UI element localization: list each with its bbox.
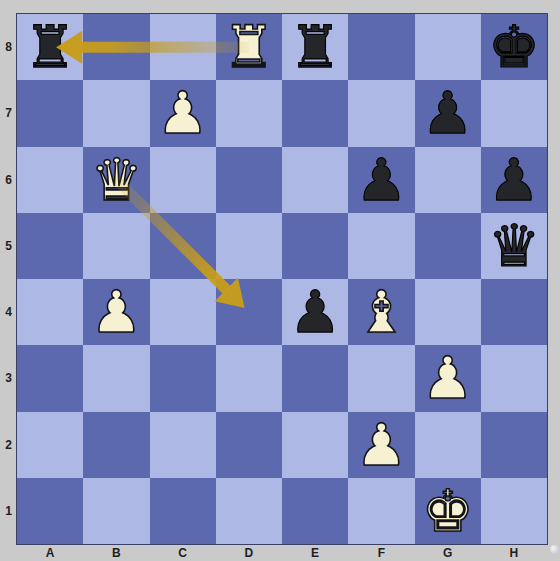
rank-label: 3: [0, 345, 17, 411]
square-b3[interactable]: [83, 345, 149, 411]
square-h7[interactable]: [481, 80, 547, 146]
file-label: F: [348, 544, 414, 561]
piece-white-pawn: ♟: [422, 349, 474, 407]
square-d6[interactable]: [216, 147, 282, 213]
square-h6[interactable]: ♟: [481, 147, 547, 213]
corner-dot: [550, 545, 559, 554]
file-label: D: [216, 544, 282, 561]
square-d4[interactable]: [216, 279, 282, 345]
square-d5[interactable]: [216, 213, 282, 279]
square-e5[interactable]: [282, 213, 348, 279]
square-d1[interactable]: [216, 478, 282, 544]
square-d2[interactable]: [216, 412, 282, 478]
rank-labels: 87654321: [0, 14, 17, 544]
piece-black-rook: ♜: [24, 18, 76, 76]
square-a8[interactable]: ♜: [17, 14, 83, 80]
file-label: G: [415, 544, 481, 561]
square-c7[interactable]: ♟: [150, 80, 216, 146]
square-e2[interactable]: [282, 412, 348, 478]
square-f1[interactable]: [348, 478, 414, 544]
square-h4[interactable]: [481, 279, 547, 345]
square-d7[interactable]: [216, 80, 282, 146]
piece-black-pawn: ♟: [355, 151, 407, 209]
piece-white-pawn: ♟: [355, 416, 407, 474]
square-c3[interactable]: [150, 345, 216, 411]
square-h8[interactable]: ♚: [481, 14, 547, 80]
square-b6[interactable]: ♛: [83, 147, 149, 213]
square-a2[interactable]: [17, 412, 83, 478]
square-d3[interactable]: [216, 345, 282, 411]
square-c1[interactable]: [150, 478, 216, 544]
square-e4[interactable]: ♟: [282, 279, 348, 345]
square-f4[interactable]: ♝: [348, 279, 414, 345]
rank-label: 5: [0, 213, 17, 279]
square-b5[interactable]: [83, 213, 149, 279]
piece-white-bishop: ♝: [355, 283, 407, 341]
rank-label: 1: [0, 478, 17, 544]
square-g1[interactable]: ♚: [415, 478, 481, 544]
square-f7[interactable]: [348, 80, 414, 146]
square-g3[interactable]: ♟: [415, 345, 481, 411]
rank-label: 8: [0, 14, 17, 80]
square-g5[interactable]: [415, 213, 481, 279]
square-c2[interactable]: [150, 412, 216, 478]
square-e1[interactable]: [282, 478, 348, 544]
square-e8[interactable]: ♜: [282, 14, 348, 80]
square-f2[interactable]: ♟: [348, 412, 414, 478]
square-h5[interactable]: ♛: [481, 213, 547, 279]
square-b2[interactable]: [83, 412, 149, 478]
piece-white-king: ♚: [422, 482, 474, 540]
piece-black-rook: ♜: [289, 18, 341, 76]
square-f3[interactable]: [348, 345, 414, 411]
piece-white-pawn: ♟: [157, 84, 209, 142]
square-d8[interactable]: ♜: [216, 14, 282, 80]
file-label: H: [481, 544, 547, 561]
square-f5[interactable]: [348, 213, 414, 279]
square-c4[interactable]: [150, 279, 216, 345]
piece-white-pawn: ♟: [90, 283, 142, 341]
rank-label: 4: [0, 279, 17, 345]
piece-black-pawn: ♟: [422, 84, 474, 142]
square-g6[interactable]: [415, 147, 481, 213]
square-g7[interactable]: ♟: [415, 80, 481, 146]
rank-label: 7: [0, 80, 17, 146]
square-a5[interactable]: [17, 213, 83, 279]
file-label: B: [83, 544, 149, 561]
piece-white-queen: ♛: [90, 151, 142, 209]
square-e7[interactable]: [282, 80, 348, 146]
square-b4[interactable]: ♟: [83, 279, 149, 345]
file-labels: ABCDEFGH: [17, 544, 547, 561]
square-a7[interactable]: [17, 80, 83, 146]
square-a1[interactable]: [17, 478, 83, 544]
square-c5[interactable]: [150, 213, 216, 279]
piece-black-king: ♚: [488, 18, 540, 76]
square-g4[interactable]: [415, 279, 481, 345]
square-h2[interactable]: [481, 412, 547, 478]
square-g2[interactable]: [415, 412, 481, 478]
rank-label: 6: [0, 147, 17, 213]
piece-black-queen: ♛: [488, 217, 540, 275]
square-e6[interactable]: [282, 147, 348, 213]
chess-board: ♜♜♜♚♟♟♛♟♟♛♟♟♝♟♟♚: [17, 14, 547, 544]
board-frame: 87654321 ♜♜♜♚♟♟♛♟♟♛♟♟♝♟♟♚ ABCDEFGH: [0, 0, 560, 561]
piece-black-pawn: ♟: [289, 283, 341, 341]
square-b1[interactable]: [83, 478, 149, 544]
piece-white-rook: ♜: [223, 18, 275, 76]
square-c6[interactable]: [150, 147, 216, 213]
square-a3[interactable]: [17, 345, 83, 411]
square-h3[interactable]: [481, 345, 547, 411]
file-label: C: [150, 544, 216, 561]
piece-black-pawn: ♟: [488, 151, 540, 209]
rank-label: 2: [0, 412, 17, 478]
square-h1[interactable]: [481, 478, 547, 544]
file-label: E: [282, 544, 348, 561]
square-f8[interactable]: [348, 14, 414, 80]
square-b7[interactable]: [83, 80, 149, 146]
square-c8[interactable]: [150, 14, 216, 80]
square-g8[interactable]: [415, 14, 481, 80]
square-a4[interactable]: [17, 279, 83, 345]
square-a6[interactable]: [17, 147, 83, 213]
square-e3[interactable]: [282, 345, 348, 411]
square-b8[interactable]: [83, 14, 149, 80]
square-f6[interactable]: ♟: [348, 147, 414, 213]
file-label: A: [17, 544, 83, 561]
